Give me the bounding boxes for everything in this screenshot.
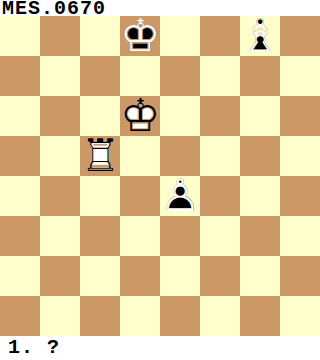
square-f1[interactable] — [200, 296, 240, 336]
square-g5[interactable] — [240, 136, 280, 176]
square-f8[interactable] — [200, 16, 240, 56]
square-a4[interactable] — [0, 176, 40, 216]
square-e6[interactable] — [160, 96, 200, 136]
square-h1[interactable] — [280, 296, 320, 336]
move-prompt: 1. ? — [0, 336, 320, 360]
square-c3[interactable] — [80, 216, 120, 256]
square-f3[interactable] — [200, 216, 240, 256]
square-d1[interactable] — [120, 296, 160, 336]
square-d6[interactable]: ♚♔ — [120, 96, 160, 136]
square-g7[interactable] — [240, 56, 280, 96]
square-g4[interactable] — [240, 176, 280, 216]
square-b1[interactable] — [40, 296, 80, 336]
square-g3[interactable] — [240, 216, 280, 256]
square-f4[interactable] — [200, 176, 240, 216]
square-b5[interactable] — [40, 136, 80, 176]
square-c7[interactable] — [80, 56, 120, 96]
square-h5[interactable] — [280, 136, 320, 176]
black-bishop: ♝♗ — [240, 16, 280, 56]
square-a5[interactable] — [0, 136, 40, 176]
black-pawn: ♟♙ — [160, 176, 200, 216]
square-a3[interactable] — [0, 216, 40, 256]
square-a6[interactable] — [0, 96, 40, 136]
square-f7[interactable] — [200, 56, 240, 96]
white-king: ♚♔ — [120, 96, 160, 136]
square-c1[interactable] — [80, 296, 120, 336]
square-d2[interactable] — [120, 256, 160, 296]
square-a1[interactable] — [0, 296, 40, 336]
square-f5[interactable] — [200, 136, 240, 176]
square-c8[interactable] — [80, 16, 120, 56]
square-g8[interactable]: ♝♗ — [240, 16, 280, 56]
square-g6[interactable] — [240, 96, 280, 136]
chess-board: ♚♔♝♗♚♔♜♖♟♙ — [0, 16, 320, 336]
square-h8[interactable] — [280, 16, 320, 56]
square-f6[interactable] — [200, 96, 240, 136]
square-e7[interactable] — [160, 56, 200, 96]
square-d8[interactable]: ♚♔ — [120, 16, 160, 56]
square-e1[interactable] — [160, 296, 200, 336]
square-a8[interactable] — [0, 16, 40, 56]
square-b6[interactable] — [40, 96, 80, 136]
square-f2[interactable] — [200, 256, 240, 296]
square-e4[interactable]: ♟♙ — [160, 176, 200, 216]
square-h4[interactable] — [280, 176, 320, 216]
square-d5[interactable] — [120, 136, 160, 176]
square-h6[interactable] — [280, 96, 320, 136]
white-rook: ♜♖ — [80, 136, 120, 176]
square-a7[interactable] — [0, 56, 40, 96]
square-e3[interactable] — [160, 216, 200, 256]
square-b4[interactable] — [40, 176, 80, 216]
square-h7[interactable] — [280, 56, 320, 96]
square-b3[interactable] — [40, 216, 80, 256]
square-b2[interactable] — [40, 256, 80, 296]
square-a2[interactable] — [0, 256, 40, 296]
square-d3[interactable] — [120, 216, 160, 256]
square-b7[interactable] — [40, 56, 80, 96]
square-g2[interactable] — [240, 256, 280, 296]
square-c2[interactable] — [80, 256, 120, 296]
square-d4[interactable] — [120, 176, 160, 216]
square-h3[interactable] — [280, 216, 320, 256]
square-c4[interactable] — [80, 176, 120, 216]
square-c5[interactable]: ♜♖ — [80, 136, 120, 176]
square-g1[interactable] — [240, 296, 280, 336]
square-h2[interactable] — [280, 256, 320, 296]
square-e2[interactable] — [160, 256, 200, 296]
black-king: ♚♔ — [120, 16, 160, 56]
square-e8[interactable] — [160, 16, 200, 56]
square-b8[interactable] — [40, 16, 80, 56]
